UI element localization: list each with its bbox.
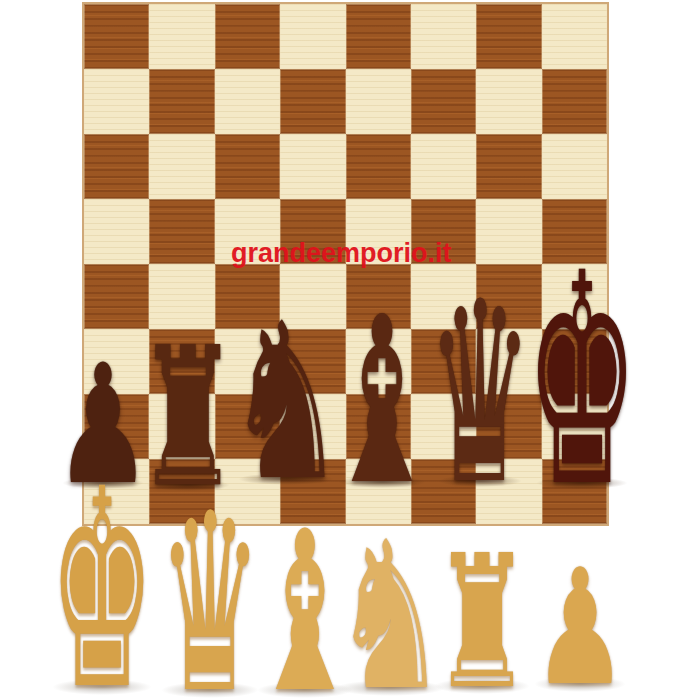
- square-a7: [84, 69, 149, 134]
- square-b7: [149, 69, 214, 134]
- square-e7: [346, 69, 411, 134]
- watermark-text: grandeemporio.it: [231, 240, 452, 267]
- light-knight-piece: ♞: [332, 515, 447, 700]
- square-g6: [476, 134, 541, 199]
- square-e6: [346, 134, 411, 199]
- square-d8: [280, 4, 345, 69]
- square-a5: [84, 199, 149, 264]
- square-f7: [411, 69, 476, 134]
- square-g7: [476, 69, 541, 134]
- square-g8: [476, 4, 541, 69]
- chess-set-product-photo: grandeemporio.it ♟♜♞♝♛♚♚♛♝♞♜♟: [0, 0, 700, 700]
- dark-king-piece: ♚: [526, 235, 639, 527]
- square-c8: [215, 4, 280, 69]
- square-a8: [84, 4, 149, 69]
- square-e8: [346, 4, 411, 69]
- square-b8: [149, 4, 214, 69]
- light-rook-piece: ♜: [433, 530, 532, 700]
- square-b6: [149, 134, 214, 199]
- square-c7: [215, 69, 280, 134]
- dark-bishop-piece: ♝: [324, 287, 439, 517]
- square-h8: [542, 4, 607, 69]
- square-a6: [84, 134, 149, 199]
- light-king-piece: ♚: [49, 454, 155, 700]
- square-h6: [542, 134, 607, 199]
- square-f8: [411, 4, 476, 69]
- square-d7: [280, 69, 345, 134]
- square-d6: [280, 134, 345, 199]
- square-h7: [542, 69, 607, 134]
- dark-queen-piece: ♛: [427, 269, 532, 519]
- light-pawn-piece: ♟: [533, 548, 628, 700]
- square-c6: [215, 134, 280, 199]
- light-queen-piece: ♛: [158, 481, 262, 700]
- square-b5: [149, 199, 214, 264]
- square-f6: [411, 134, 476, 199]
